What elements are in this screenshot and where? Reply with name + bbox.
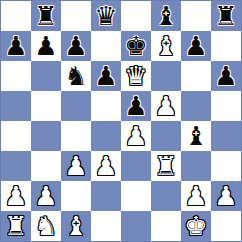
- square-a8[interactable]: [1, 1, 31, 31]
- piece-black-pawn[interactable]: ♟: [124, 91, 147, 121]
- piece-white-rook[interactable]: ♜: [154, 151, 177, 181]
- square-g2[interactable]: ♟: [181, 181, 211, 211]
- square-c8[interactable]: [61, 1, 91, 31]
- piece-black-pawn[interactable]: ♟: [214, 61, 237, 91]
- square-b2[interactable]: ♟: [31, 181, 61, 211]
- chess-board: ♜♛♝♜♟♟♟♚♝♟♞♟♛♟♟♟♟♝♟♟♜♟♟♟♟♜♞♝♚: [1, 1, 241, 241]
- square-f7[interactable]: ♝: [151, 31, 181, 61]
- square-d2[interactable]: [91, 181, 121, 211]
- square-e2[interactable]: [121, 181, 151, 211]
- square-f3[interactable]: ♜: [151, 151, 181, 181]
- piece-white-queen[interactable]: ♛: [124, 61, 147, 91]
- square-h5[interactable]: [211, 91, 241, 121]
- square-b6[interactable]: [31, 61, 61, 91]
- square-f5[interactable]: ♟: [151, 91, 181, 121]
- square-b5[interactable]: [31, 91, 61, 121]
- piece-white-pawn[interactable]: ♟: [154, 91, 177, 121]
- square-e7[interactable]: ♚: [121, 31, 151, 61]
- piece-black-pawn[interactable]: ♟: [94, 61, 117, 91]
- square-a7[interactable]: ♟: [1, 31, 31, 61]
- square-h7[interactable]: [211, 31, 241, 61]
- square-e1[interactable]: [121, 211, 151, 241]
- square-c7[interactable]: ♟: [61, 31, 91, 61]
- square-g1[interactable]: ♚: [181, 211, 211, 241]
- square-h3[interactable]: [211, 151, 241, 181]
- square-h1[interactable]: [211, 211, 241, 241]
- square-b7[interactable]: ♟: [31, 31, 61, 61]
- square-b3[interactable]: [31, 151, 61, 181]
- square-g4[interactable]: ♝: [181, 121, 211, 151]
- square-d4[interactable]: [91, 121, 121, 151]
- piece-white-rook[interactable]: ♜: [4, 211, 27, 241]
- square-f6[interactable]: [151, 61, 181, 91]
- square-c4[interactable]: [61, 121, 91, 151]
- piece-white-knight[interactable]: ♞: [34, 211, 57, 241]
- square-c1[interactable]: ♝: [61, 211, 91, 241]
- square-a6[interactable]: [1, 61, 31, 91]
- piece-black-king[interactable]: ♚: [124, 31, 147, 61]
- square-h8[interactable]: ♜: [211, 1, 241, 31]
- piece-white-pawn[interactable]: ♟: [214, 181, 237, 211]
- piece-white-pawn[interactable]: ♟: [94, 151, 117, 181]
- chess-board-frame: ♜♛♝♜♟♟♟♚♝♟♞♟♛♟♟♟♟♝♟♟♜♟♟♟♟♜♞♝♚: [0, 0, 242, 242]
- square-d5[interactable]: [91, 91, 121, 121]
- piece-black-bishop[interactable]: ♝: [154, 1, 177, 31]
- square-f2[interactable]: [151, 181, 181, 211]
- square-b4[interactable]: [31, 121, 61, 151]
- square-c6[interactable]: ♞: [61, 61, 91, 91]
- square-e3[interactable]: [121, 151, 151, 181]
- piece-white-pawn[interactable]: ♟: [184, 181, 207, 211]
- square-h2[interactable]: ♟: [211, 181, 241, 211]
- square-a4[interactable]: [1, 121, 31, 151]
- square-a2[interactable]: ♟: [1, 181, 31, 211]
- piece-white-king[interactable]: ♚: [184, 211, 207, 241]
- piece-black-pawn[interactable]: ♟: [34, 31, 57, 61]
- piece-white-pawn[interactable]: ♟: [34, 181, 57, 211]
- square-c5[interactable]: [61, 91, 91, 121]
- piece-white-pawn[interactable]: ♟: [4, 181, 27, 211]
- piece-black-pawn[interactable]: ♟: [4, 31, 27, 61]
- square-d6[interactable]: ♟: [91, 61, 121, 91]
- square-h4[interactable]: [211, 121, 241, 151]
- square-d3[interactable]: ♟: [91, 151, 121, 181]
- piece-white-pawn[interactable]: ♟: [64, 151, 87, 181]
- square-b1[interactable]: ♞: [31, 211, 61, 241]
- square-e4[interactable]: ♟: [121, 121, 151, 151]
- square-d1[interactable]: [91, 211, 121, 241]
- square-f4[interactable]: [151, 121, 181, 151]
- square-d7[interactable]: [91, 31, 121, 61]
- square-a5[interactable]: [1, 91, 31, 121]
- square-a1[interactable]: ♜: [1, 211, 31, 241]
- piece-black-rook[interactable]: ♜: [214, 1, 237, 31]
- square-f1[interactable]: [151, 211, 181, 241]
- square-e6[interactable]: ♛: [121, 61, 151, 91]
- square-e5[interactable]: ♟: [121, 91, 151, 121]
- piece-white-bishop[interactable]: ♝: [154, 31, 177, 61]
- square-g6[interactable]: [181, 61, 211, 91]
- square-a3[interactable]: [1, 151, 31, 181]
- square-g7[interactable]: ♟: [181, 31, 211, 61]
- square-b8[interactable]: ♜: [31, 1, 61, 31]
- square-h6[interactable]: ♟: [211, 61, 241, 91]
- piece-white-bishop[interactable]: ♝: [64, 211, 87, 241]
- square-c2[interactable]: [61, 181, 91, 211]
- square-g8[interactable]: [181, 1, 211, 31]
- square-e8[interactable]: [121, 1, 151, 31]
- piece-black-rook[interactable]: ♜: [34, 1, 57, 31]
- piece-black-queen[interactable]: ♛: [94, 1, 117, 31]
- piece-black-bishop[interactable]: ♝: [184, 121, 207, 151]
- square-d8[interactable]: ♛: [91, 1, 121, 31]
- piece-black-knight[interactable]: ♞: [64, 61, 87, 91]
- square-f8[interactable]: ♝: [151, 1, 181, 31]
- piece-black-pawn[interactable]: ♟: [184, 31, 207, 61]
- piece-white-pawn[interactable]: ♟: [124, 121, 147, 151]
- piece-black-pawn[interactable]: ♟: [64, 31, 87, 61]
- square-g3[interactable]: [181, 151, 211, 181]
- square-g5[interactable]: [181, 91, 211, 121]
- square-c3[interactable]: ♟: [61, 151, 91, 181]
